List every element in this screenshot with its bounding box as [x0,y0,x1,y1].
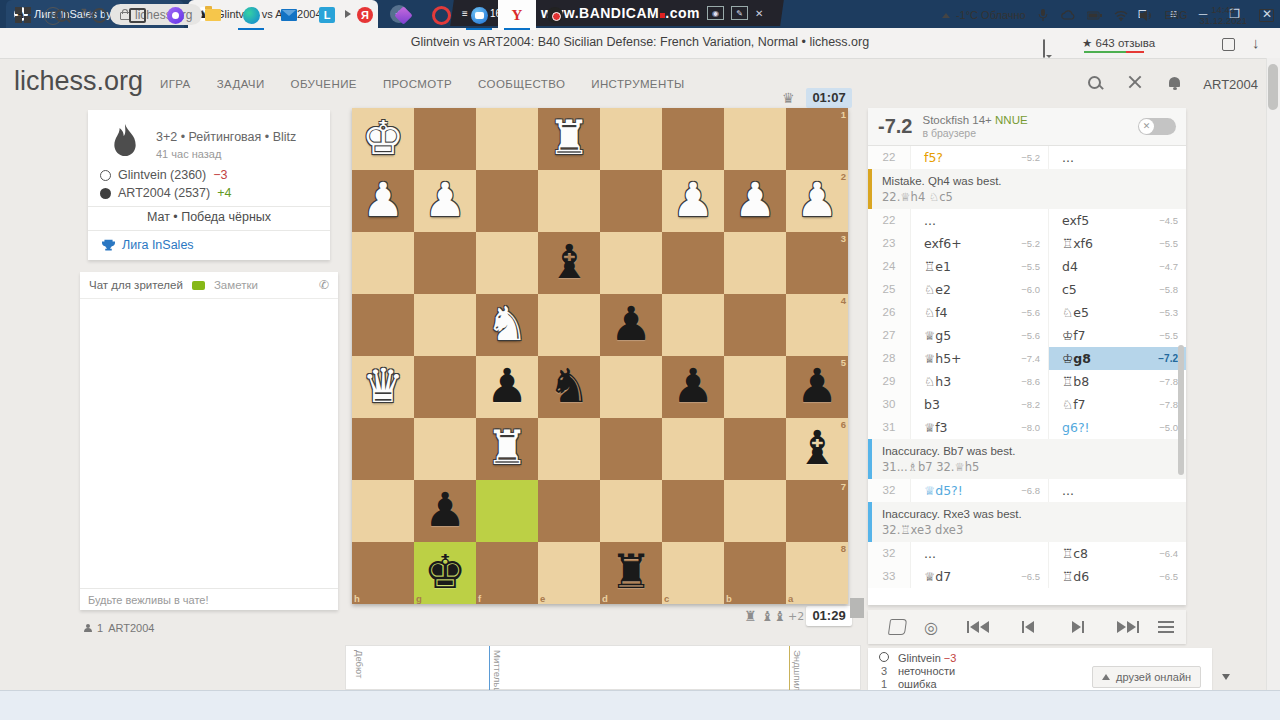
square-b3[interactable] [724,232,786,294]
username-menu[interactable]: ART2004 [1203,77,1258,92]
onedrive-cloud-icon[interactable] [1060,10,1075,20]
square-g3[interactable] [414,232,476,294]
move-row-29: 29♘h3−8.6♖b8−7.8 [868,370,1186,393]
move-list: 22f5?−5.2...Mistake. Qh4 was best.22.♕h4… [868,146,1186,588]
chat-box: Чат для зрителей Заметки ✆ Будьте вежлив… [80,272,338,610]
summary-player: Glintvein [898,652,941,664]
white-player-line[interactable]: Glintvein (2360) −3 [100,168,228,182]
square-f6[interactable]: ♜ [476,418,538,480]
square-d1[interactable] [600,108,662,170]
piece-black-pawn[interactable]: ♟ [414,480,476,542]
move-black[interactable]: ♖xf6−5.5 [1048,232,1186,255]
square-c5[interactable]: ♟ [662,356,724,418]
square-d6[interactable] [600,418,662,480]
game-info-box: 3+2 • Рейтинговая • Blitz 41 час назад G… [88,110,330,260]
black-player-line[interactable]: ART2004 (2537) +4 [100,186,231,200]
go-next-button[interactable] [1058,621,1098,633]
move-number: 25 [868,278,911,301]
tab-spectator-chat[interactable]: Чат для зрителей [89,279,183,291]
square-e6[interactable] [538,418,600,480]
move-white[interactable]: ♘f4−5.6 [911,301,1048,324]
yandex-icon[interactable]: Я [346,0,384,30]
square-f2[interactable] [476,170,538,232]
move-row-22: 22...exf5−4.5 [868,209,1186,232]
clock-black: 01:29 [806,606,852,626]
piece-white-king[interactable]: ♚ [352,108,414,170]
gem-icon[interactable] [384,0,422,30]
main-nav: ИГРАЗАДАЧИОБУЧЕНИЕПРОСМОТРСООБЩЕСТВОИНСТ… [160,78,685,90]
move-white[interactable]: ♕d7−6.5 [911,565,1048,588]
square-b7[interactable] [724,480,786,542]
piece-black-pawn[interactable]: ♟ [600,294,662,356]
explorer-icon[interactable] [194,0,232,30]
move-number: 22 [868,209,911,232]
piece-white-queen[interactable]: ♛ [352,356,414,418]
square-c7[interactable] [662,480,724,542]
engine-location: в браузере [922,127,976,139]
square-f3[interactable] [476,232,538,294]
file-label-h: h [354,593,360,604]
square-b2[interactable]: ♟ [724,170,786,232]
file-label-f: f [478,593,481,604]
chat-settings-icon[interactable]: ✆ [319,278,329,292]
piece-white-pawn[interactable]: ♟ [786,170,848,232]
file-label-a: a [788,593,793,604]
file-label-e: e [540,593,545,604]
square-b5[interactable] [724,356,786,418]
rank-label-1: 1 [841,109,846,120]
rank-label-8: 8 [841,543,846,554]
file-label-b: b [726,593,732,604]
move-row-28: 28♕h5+−7.4♔g8−7.2 [868,347,1186,370]
black-color-icon [100,188,111,199]
move-row-33: 33♕d7−6.5♖d6−6.5 [868,565,1186,588]
move-white[interactable]: ... [911,209,1048,232]
nav-item-задачи[interactable]: ЗАДАЧИ [217,78,265,90]
challenges-icon[interactable] [1127,74,1143,90]
square-a1[interactable]: 1 [786,108,848,170]
piece-white-rook[interactable]: ♜ [476,418,538,480]
bandicam-close-icon[interactable]: ✕ [755,8,763,19]
move-row-31: 31♕f3−8.0g6?!−5.0 [868,416,1186,439]
study-book-icon[interactable] [880,619,914,635]
square-e2[interactable] [538,170,600,232]
square-h5[interactable]: ♛ [352,356,414,418]
square-g4[interactable] [414,294,476,356]
move-white[interactable]: f5?−5.2 [911,146,1048,169]
game-time-ago: 41 час назад [156,148,221,160]
move-row-30: 30b3−8.2♘f7−7.8 [868,393,1186,416]
square-c3[interactable] [662,232,724,294]
tab-notes[interactable]: Заметки [214,279,258,291]
screen: ♞ Лига InSales by Лига InSal ♞ Glintvein… [0,0,1280,720]
go-first-button[interactable] [958,621,998,633]
square-d2[interactable] [600,170,662,232]
move-number: 24 [868,255,911,278]
move-row-32: 32♕d5?!−6.8... [868,479,1186,502]
move-black[interactable]: ... [1048,479,1186,502]
rank-label-7: 7 [841,481,846,492]
move-number: 33 [868,565,911,588]
piece-black-pawn[interactable]: ♟ [662,356,724,418]
move-number: 27 [868,324,911,347]
nav-item-сообщество[interactable]: СООБЩЕСТВО [478,78,565,90]
square-c6[interactable] [662,418,724,480]
summary-delta: −3 [944,652,957,664]
file-label-g: g [416,593,422,604]
square-f8[interactable]: f [476,542,538,604]
square-e8[interactable]: e [538,542,600,604]
square-g7[interactable]: ♟ [414,480,476,542]
move-number: 28 [868,347,911,370]
comment-icon[interactable] [1043,40,1045,58]
square-e1[interactable]: ♜ [538,108,600,170]
move-number: 26 [868,301,911,324]
notifications-bell-icon[interactable] [1169,77,1180,87]
alice-icon[interactable] [156,0,194,30]
square-f4[interactable]: ♞ [476,294,538,356]
page-scrollbar[interactable] [1266,58,1280,690]
move-white[interactable]: ♕f3−8.0 [911,416,1048,439]
annotation-comment: Inaccuracy. Bb7 was best.31...♗b7 32.♕h5 [868,439,1186,479]
square-d7[interactable] [600,480,662,542]
move-number: 30 [868,393,911,416]
engine-header: -7.2 Stockfish 14+ NNUE в браузере ✕ [868,108,1186,146]
search-icon[interactable] [1088,76,1101,89]
rating-delta: −3 [213,168,227,182]
move-black[interactable]: ♘f7−7.8 [1048,393,1186,416]
page-scrollbar-thumb[interactable] [1268,64,1278,110]
square-h8[interactable]: h [352,542,414,604]
engine-toggle[interactable]: ✕ [1138,118,1176,135]
bandicam-icon[interactable] [536,0,574,30]
board-resize-handle[interactable] [850,598,864,618]
piece-black-bishop[interactable]: ♝ [786,418,848,480]
square-b8[interactable]: b [724,542,786,604]
square-c8[interactable]: c [662,542,724,604]
square-f1[interactable] [476,108,538,170]
move-black[interactable]: ... [1048,146,1186,169]
move-row-25: 25♘e2−6.0c5−5.8 [868,278,1186,301]
move-white[interactable]: ♘e2−6.0 [911,278,1048,301]
move-white[interactable]: ♕h5+−7.4 [911,347,1048,370]
move-number: 23 [868,232,911,255]
analysis-controls: ◎ [868,610,1186,644]
move-row-27: 27♕g5−5.6♔f7−5.5 [868,324,1186,347]
square-c2[interactable]: ♟ [662,170,724,232]
rating-delta: +4 [217,186,231,200]
move-white[interactable]: ... [911,542,1048,565]
square-d8[interactable]: ♜d [600,542,662,604]
lightshot-icon[interactable]: L [308,0,346,30]
square-a6[interactable]: ♝6 [786,418,848,480]
move-white[interactable]: b3−8.2 [911,393,1048,416]
weather-widget[interactable]: -1°C Облачно [942,9,1026,21]
square-d3[interactable] [600,232,662,294]
search-icon[interactable] [42,0,80,30]
piece-black-pawn[interactable]: ♟ [786,356,848,418]
square-c1[interactable] [662,108,724,170]
messenger-icon[interactable] [460,0,498,30]
language-indicator[interactable]: ENG [1165,9,1188,21]
wifi-icon[interactable] [1114,10,1128,21]
time-control: 3+2 • Рейтинговая • Blitz [156,130,296,144]
taskbar-clock[interactable]: 14:4331.12.2021 [1199,4,1247,26]
move-black[interactable]: d4−4.7 [1048,255,1186,278]
move-black[interactable]: ♖c8−6.4 [1048,542,1186,565]
chat-status-icon [192,281,205,290]
square-a7[interactable]: 7 [786,480,848,542]
square-h1[interactable]: ♚ [352,108,414,170]
square-g1[interactable] [414,108,476,170]
square-b4[interactable] [724,294,786,356]
chat-input[interactable]: Будьте вежливы в чате! [80,588,338,610]
move-number: 29 [868,370,911,393]
piece-white-pawn[interactable]: ♟ [352,170,414,232]
windows-taskbar [0,690,1280,720]
game-result: Мат • Победа чёрных [88,210,330,224]
battery-icon[interactable] [1087,11,1102,20]
move-number: 32 [868,479,911,502]
piece-white-pawn[interactable]: ♟ [414,170,476,232]
friends-online-bar[interactable]: друзей онлайн [1092,666,1201,688]
square-f5[interactable]: ♟ [476,356,538,418]
spectator-icon [84,624,92,632]
nav-item-инструменты[interactable]: ИНСТРУМЕНТЫ [591,78,684,90]
square-h2[interactable]: ♟ [352,170,414,232]
square-a4[interactable]: 4 [786,294,848,356]
engine-name: Stockfish 14+ [922,114,991,126]
square-g2[interactable]: ♟ [414,170,476,232]
rank-label-2: 2 [841,171,846,182]
microphone-icon[interactable] [1038,9,1048,22]
engine-nnue-badge: NNUE [995,114,1028,126]
square-e7[interactable] [538,480,600,542]
move-white[interactable]: ♕g5−5.6 [911,324,1048,347]
start-button[interactable] [4,0,42,30]
chess-board[interactable]: ♚♜1♟♟♟♟♟2♝3♞♟4♛♟♞♟♟5♜♝6♟7h♚gfe♜dcb8a [352,108,848,604]
analysis-panel: -7.2 Stockfish 14+ NNUE в браузере ✕ 22f… [868,108,1186,605]
square-b1[interactable] [724,108,786,170]
square-h7[interactable] [352,480,414,542]
piece-white-pawn[interactable]: ♟ [662,170,724,232]
piece-black-bishop[interactable]: ♝ [538,232,600,294]
volume-icon[interactable] [1140,10,1153,21]
bandicam-pencil-icon[interactable]: ✎ [731,6,748,20]
action-center-icon[interactable] [1259,9,1274,22]
move-number: 32 [868,542,911,565]
lichess-logo[interactable]: lichess.org [14,66,143,97]
go-prev-button[interactable] [1008,621,1048,633]
square-g6[interactable] [414,418,476,480]
material-captured-top: ♛ [782,90,795,106]
move-black[interactable]: ♘e5−5.3 [1048,301,1186,324]
square-g5[interactable] [414,356,476,418]
move-black[interactable]: exf5−4.5 [1048,209,1186,232]
blitz-flame-icon [108,124,142,164]
mail-icon[interactable] [270,0,308,30]
annotation-comment: Inaccuracy. Rxe3 was best.32.♖xe3 dxe3 [868,502,1186,542]
analysis-menu-icon[interactable] [1158,621,1174,634]
rank-label-6: 6 [841,419,846,430]
square-d4[interactable]: ♟ [600,294,662,356]
square-b6[interactable] [724,418,786,480]
piece-black-knight[interactable]: ♞ [538,356,600,418]
square-d5[interactable] [600,356,662,418]
square-e5[interactable]: ♞ [538,356,600,418]
yandex-browser-icon[interactable]: Y [498,0,536,30]
move-number: 31 [868,416,911,439]
file-label-d: d [602,593,608,604]
file-label-c: c [664,593,669,604]
analysis-graph[interactable]: ДебютМиттельшпильЭндшпиль [345,645,861,690]
move-black[interactable]: c5−5.8 [1048,278,1186,301]
tournament-link[interactable]: Лига InSales [102,238,194,252]
square-c4[interactable] [662,294,724,356]
hidden-icons-caret[interactable] [942,13,950,18]
nav-item-обучение[interactable]: ОБУЧЕНИЕ [291,78,357,90]
collections-icon[interactable] [1222,38,1235,51]
move-white[interactable]: ♕d5?!−6.8 [911,479,1048,502]
piece-white-knight[interactable]: ♞ [476,294,538,356]
square-a8[interactable]: 8a [786,542,848,604]
trophy-icon [102,239,115,252]
move-white[interactable]: ♘h3−8.6 [911,370,1048,393]
clock-white: 01:07 [806,88,852,108]
nav-item-игра[interactable]: ИГРА [160,78,191,90]
go-last-button[interactable] [1108,621,1148,633]
move-black[interactable]: ♔f7−5.5 [1048,324,1186,347]
rank-label-5: 5 [841,357,846,368]
collapse-icon[interactable] [1222,674,1230,680]
move-number: 22 [868,146,911,169]
move-black[interactable]: g6?!−5.0 [1048,416,1186,439]
piece-black-rook[interactable]: ♜ [600,542,662,604]
move-row-32: 32...♖c8−6.4 [868,542,1186,565]
bandicam-camera-icon[interactable]: ◉ [707,6,724,20]
move-white[interactable]: ♖e1−5.5 [911,255,1048,278]
reviews-badge[interactable]: ★ 643 отзыва [1082,36,1155,50]
rank-label-4: 4 [841,295,846,306]
edge-icon[interactable] [232,0,270,30]
expand-icon [1102,674,1110,680]
material-captured-bottom: ♜ ♝♝+2 [744,608,804,624]
move-black-selected[interactable]: ♔g8−7.2 [1048,347,1186,370]
gauge-icon[interactable]: ◎ [914,618,948,637]
square-a3[interactable]: 3 [786,232,848,294]
nav-item-просмотр[interactable]: ПРОСМОТР [383,78,452,90]
square-a5[interactable]: ♟5 [786,356,848,418]
move-row-24: 24♖e1−5.5d4−4.7 [868,255,1186,278]
square-e4[interactable] [538,294,600,356]
white-color-icon [100,170,111,181]
square-f7[interactable] [476,480,538,542]
piece-black-king[interactable]: ♚ [414,542,476,604]
square-h6[interactable] [352,418,414,480]
square-h3[interactable] [352,232,414,294]
move-black[interactable]: ♖d6−6.5 [1048,565,1186,588]
square-a2[interactable]: ♟2 [786,170,848,232]
piece-black-pawn[interactable]: ♟ [476,356,538,418]
move-row-23: 23exf6+−5.2♖xf6−5.5 [868,232,1186,255]
square-h4[interactable] [352,294,414,356]
move-white[interactable]: exf6+−5.2 [911,232,1048,255]
download-icon[interactable]: ↓ [1252,34,1260,51]
engine-eval: -7.2 [878,115,912,138]
move-black[interactable]: ♖b8−7.8 [1048,370,1186,393]
square-e3[interactable]: ♝ [538,232,600,294]
opera-icon[interactable] [422,0,460,30]
annotation-comment: Mistake. Qh4 was best.22.♕h4 ♘c5 [868,169,1186,209]
spectators-line[interactable]: 1 ART2004 [84,622,154,634]
piece-white-pawn[interactable]: ♟ [724,170,786,232]
move-row-22: 22f5?−5.2... [868,146,1186,169]
cortana-icon[interactable] [80,0,118,30]
task-view-icon[interactable] [118,0,156,30]
move-list-scrollbar[interactable] [1178,345,1184,475]
square-g8[interactable]: ♚g [414,542,476,604]
move-row-26: 26♘f4−5.6♘e5−5.3 [868,301,1186,324]
rank-label-3: 3 [841,233,846,244]
piece-white-rook[interactable]: ♜ [538,108,600,170]
